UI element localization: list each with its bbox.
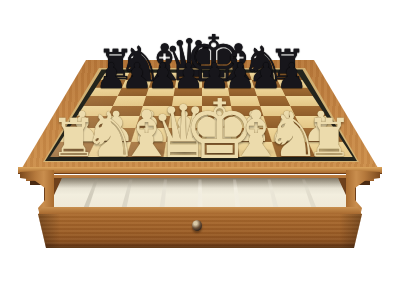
piece-black-pawn-h7[interactable]: ♟ [276,58,308,93]
piece-white-rook-h1[interactable]: ♜ [306,112,353,164]
chess-box-scene: ♜♞♝♛♚♝♞♜♟♟♟♟♟♟♟♟♟♟♟♟♟♟♟♟♜♞♝♛♚♝♞♜ [0,0,400,300]
pieces-layer: ♜♞♝♛♚♝♞♜♟♟♟♟♟♟♟♟♟♟♟♟♟♟♟♟♜♞♝♛♚♝♞♜ [0,0,400,300]
